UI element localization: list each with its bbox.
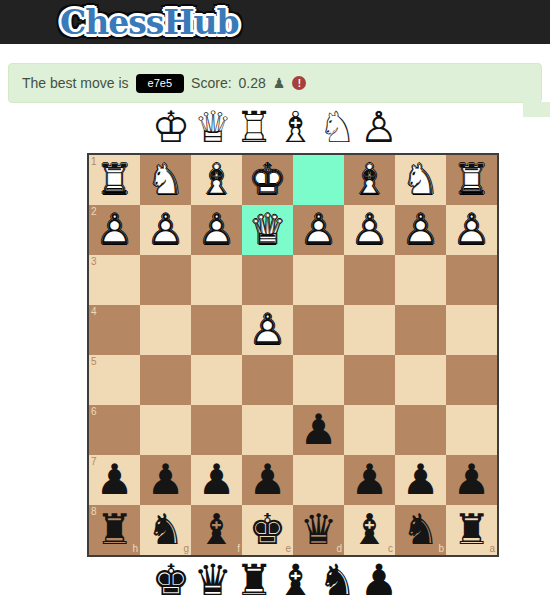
square-h6[interactable]: 6 — [89, 405, 140, 455]
square-h8[interactable]: 8h♜ — [89, 505, 140, 555]
square-b6[interactable] — [395, 405, 446, 455]
square-e3[interactable] — [242, 255, 293, 305]
piece-white-rook[interactable]: ♜♖ — [89, 155, 140, 205]
piece-black-queen[interactable]: ♛ — [293, 505, 344, 555]
piece-black-bishop[interactable]: ♝ — [191, 505, 242, 555]
square-e4[interactable]: ♟♙ — [242, 305, 293, 355]
square-f5[interactable] — [191, 355, 242, 405]
piece-black-pawn[interactable]: ♟ — [242, 455, 293, 505]
square-b4[interactable] — [395, 305, 446, 355]
square-f1[interactable]: ♝♗ — [191, 155, 242, 205]
piece-black-rook[interactable]: ♜ — [89, 505, 140, 555]
square-f4[interactable] — [191, 305, 242, 355]
score-value: 0.28 — [239, 75, 266, 91]
logo[interactable]: ChessHub — [60, 1, 239, 45]
square-g2[interactable]: ♟♙ — [140, 205, 191, 255]
spare-white-knight[interactable]: ♘ — [318, 104, 357, 150]
square-h1[interactable]: 1♜♖ — [89, 155, 140, 205]
square-b7[interactable]: ♟ — [395, 455, 446, 505]
spare-white-row: ♔♕♖♗♘♙ — [0, 103, 550, 151]
square-h5[interactable]: 5 — [89, 355, 140, 405]
square-d6[interactable]: ♟ — [293, 405, 344, 455]
piece-white-pawn[interactable]: ♟♙ — [89, 205, 140, 255]
spare-black-row: ♚♛♜♝♞♟ — [0, 556, 550, 600]
spare-white-pawn[interactable]: ♙ — [360, 104, 399, 150]
square-d2[interactable]: ♟♙ — [293, 205, 344, 255]
rank-label: 5 — [91, 357, 97, 367]
square-c3[interactable] — [344, 255, 395, 305]
square-e6[interactable] — [242, 405, 293, 455]
piece-white-knight[interactable]: ♞♘ — [140, 155, 191, 205]
piece-black-bishop[interactable]: ♝ — [344, 505, 395, 555]
square-f3[interactable] — [191, 255, 242, 305]
square-f8[interactable]: f♝ — [191, 505, 242, 555]
square-e2[interactable]: ♛♕ — [242, 205, 293, 255]
piece-white-pawn[interactable]: ♟♙ — [140, 205, 191, 255]
score-label: Score: — [191, 75, 231, 91]
square-a7[interactable]: ♟ — [446, 455, 497, 505]
spare-black-king[interactable]: ♚ — [152, 557, 191, 600]
square-f6[interactable] — [191, 405, 242, 455]
square-g1[interactable]: ♞♘ — [140, 155, 191, 205]
alert-info-icon[interactable]: ! — [292, 76, 306, 90]
square-b1[interactable]: ♞♘ — [395, 155, 446, 205]
square-g8[interactable]: g♞ — [140, 505, 191, 555]
square-a3[interactable] — [446, 255, 497, 305]
piece-white-pawn[interactable]: ♟♙ — [395, 205, 446, 255]
piece-black-pawn[interactable]: ♟ — [191, 455, 242, 505]
piece-white-pawn[interactable]: ♟♙ — [293, 205, 344, 255]
square-c8[interactable]: c♝ — [344, 505, 395, 555]
piece-white-pawn[interactable]: ♟♙ — [344, 205, 395, 255]
rank-label: 6 — [91, 407, 97, 417]
square-a5[interactable] — [446, 355, 497, 405]
square-a4[interactable] — [446, 305, 497, 355]
piece-white-knight[interactable]: ♞♘ — [395, 155, 446, 205]
piece-white-pawn[interactable]: ♟♙ — [446, 205, 497, 255]
piece-black-knight[interactable]: ♞ — [395, 505, 446, 555]
square-c7[interactable]: ♟ — [344, 455, 395, 505]
square-d7[interactable] — [293, 455, 344, 505]
piece-black-pawn[interactable]: ♟ — [395, 455, 446, 505]
spare-white-queen[interactable]: ♕ — [193, 104, 232, 150]
square-f2[interactable]: ♟♙ — [191, 205, 242, 255]
piece-black-pawn[interactable]: ♟ — [140, 455, 191, 505]
square-b5[interactable] — [395, 355, 446, 405]
square-c6[interactable] — [344, 405, 395, 455]
spare-white-king[interactable]: ♔ — [152, 104, 191, 150]
square-d8[interactable]: d♛ — [293, 505, 344, 555]
square-c2[interactable]: ♟♙ — [344, 205, 395, 255]
square-g4[interactable] — [140, 305, 191, 355]
square-f7[interactable]: ♟ — [191, 455, 242, 505]
spare-black-rook[interactable]: ♜ — [235, 557, 274, 600]
piece-black-pawn[interactable]: ♟ — [446, 455, 497, 505]
piece-white-pawn[interactable]: ♟♙ — [242, 305, 293, 355]
square-e1[interactable]: ♚♔ — [242, 155, 293, 205]
rank-label: 4 — [91, 307, 97, 317]
square-e5[interactable] — [242, 355, 293, 405]
square-g3[interactable] — [140, 255, 191, 305]
best-move-alert: The best move is e7e5 Score: 0.28 ♟ ! — [8, 63, 542, 103]
square-c5[interactable] — [344, 355, 395, 405]
piece-black-king[interactable]: ♚ — [242, 505, 293, 555]
square-d5[interactable] — [293, 355, 344, 405]
square-c1[interactable]: ♝♗ — [344, 155, 395, 205]
piece-white-king[interactable]: ♚♔ — [242, 155, 293, 205]
spare-black-bishop[interactable]: ♝ — [277, 557, 316, 600]
square-b2[interactable]: ♟♙ — [395, 205, 446, 255]
rank-label: 3 — [91, 257, 97, 267]
square-g6[interactable] — [140, 405, 191, 455]
square-e7[interactable]: ♟ — [242, 455, 293, 505]
square-d4[interactable] — [293, 305, 344, 355]
piece-white-rook[interactable]: ♜♖ — [446, 155, 497, 205]
side-to-move-pawn-icon: ♟ — [273, 76, 286, 90]
square-h3[interactable]: 3 — [89, 255, 140, 305]
square-e8[interactable]: e♚ — [242, 505, 293, 555]
piece-white-bishop[interactable]: ♝♗ — [344, 155, 395, 205]
square-a8[interactable]: a♜ — [446, 505, 497, 555]
spare-white-bishop[interactable]: ♗ — [277, 104, 316, 150]
spare-white-rook[interactable]: ♖ — [235, 104, 274, 150]
piece-black-knight[interactable]: ♞ — [140, 505, 191, 555]
best-move-badge: e7e5 — [136, 74, 184, 93]
piece-white-bishop[interactable]: ♝♗ — [191, 155, 242, 205]
square-g7[interactable]: ♟ — [140, 455, 191, 505]
piece-black-pawn[interactable]: ♟ — [293, 405, 344, 455]
square-b3[interactable] — [395, 255, 446, 305]
square-a1[interactable]: ♜♖ — [446, 155, 497, 205]
square-h7[interactable]: 7♟ — [89, 455, 140, 505]
spare-black-pawn[interactable]: ♟ — [360, 557, 399, 600]
square-b8[interactable]: b♞ — [395, 505, 446, 555]
square-a6[interactable] — [446, 405, 497, 455]
piece-black-pawn[interactable]: ♟ — [344, 455, 395, 505]
square-g5[interactable] — [140, 355, 191, 405]
square-d3[interactable] — [293, 255, 344, 305]
piece-black-rook[interactable]: ♜ — [446, 505, 497, 555]
piece-black-pawn[interactable]: ♟ — [89, 455, 140, 505]
chess-board: 1♜♖♞♘♝♗♚♔♝♗♞♘♜♖2♟♙♟♙♟♙♛♕♟♙♟♙♟♙♟♙34♟♙56♟7… — [87, 153, 499, 557]
square-h4[interactable]: 4 — [89, 305, 140, 355]
square-h2[interactable]: 2♟♙ — [89, 205, 140, 255]
piece-white-pawn[interactable]: ♟♙ — [191, 205, 242, 255]
square-d1[interactable] — [293, 155, 344, 205]
square-c4[interactable] — [344, 305, 395, 355]
piece-white-queen[interactable]: ♛♕ — [242, 205, 293, 255]
square-a2[interactable]: ♟♙ — [446, 205, 497, 255]
spare-black-knight[interactable]: ♞ — [318, 557, 357, 600]
alert-prefix-text: The best move is — [22, 75, 129, 91]
spare-black-queen[interactable]: ♛ — [193, 557, 232, 600]
